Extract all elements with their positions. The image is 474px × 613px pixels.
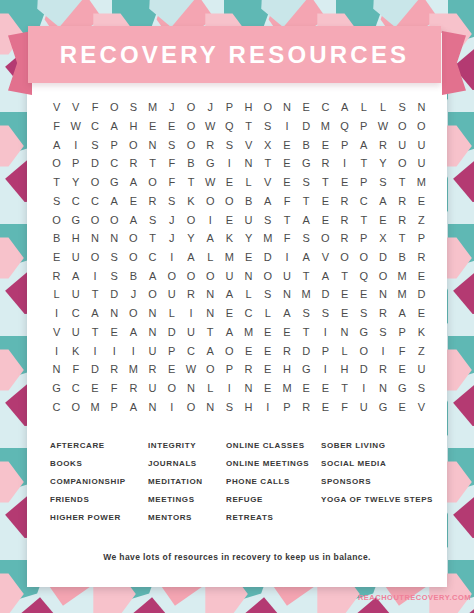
grid-cell-r7c7: J [162,210,181,229]
grid-cell-r13c8: U [181,322,200,341]
grid-cell-r15c20: U [412,360,431,379]
grid-cell-r1c19: S [393,98,412,117]
grid-cell-r14c17: O [354,341,373,360]
grid-cell-r6c11: B [239,192,258,211]
grid-cell-r9c12: D [258,248,277,267]
grid-cell-r11c10: A [220,285,239,304]
word-list-item: ONLINE MEETINGS [226,455,321,473]
word-list-item: BOOKS [50,455,148,473]
grid-cell-r16c11: N [239,379,258,398]
grid-cell-r3c13: E [277,135,296,154]
word-list-item: RETREATS [226,509,321,527]
grid-cell-r4c5: R [124,154,143,173]
grid-cell-r13c15: I [316,322,335,341]
grid-cell-r17c18: G [373,397,392,416]
grid-cell-r15c4: R [105,360,124,379]
grid-cell-r1c13: N [277,98,296,117]
grid-cell-r17c8: O [181,397,200,416]
grid-cell-r13c12: E [258,322,277,341]
grid-cell-r16c17: I [354,379,373,398]
grid-cell-r14c19: F [393,341,412,360]
grid-cell-r12c11: C [239,304,258,323]
grid-cell-r17c2: O [66,397,85,416]
grid-cell-r11c1: L [47,285,66,304]
grid-cell-r1c9: J [201,98,220,117]
grid-cell-r15c11: R [239,360,258,379]
grid-cell-r10c11: N [239,266,258,285]
footer-note: We have lots of resources in recovery to… [0,552,474,562]
grid-cell-r14c6: U [143,341,162,360]
grid-cell-r8c6: T [143,229,162,248]
grid-cell-r4c9: G [201,154,220,173]
grid-cell-r11c16: E [335,285,354,304]
grid-cell-r5c20: M [412,173,431,192]
grid-cell-r17c7: I [162,397,181,416]
grid-cell-r6c20: E [412,192,431,211]
grid-cell-r9c8: A [181,248,200,267]
grid-cell-r12c1: I [47,304,66,323]
grid-cell-r8c20: P [412,229,431,248]
grid-cell-r1c10: P [220,98,239,117]
grid-cell-r9c19: B [393,248,412,267]
grid-cell-r14c7: P [162,341,181,360]
grid-cell-r15c15: I [316,360,335,379]
grid-cell-r4c15: R [316,154,335,173]
grid-cell-r17c12: I [258,397,277,416]
grid-cell-r7c12: S [258,210,277,229]
grid-cell-r3c12: X [258,135,277,154]
grid-cell-r1c3: F [85,98,104,117]
grid-cell-r7c5: A [124,210,143,229]
grid-cell-r15c16: H [335,360,354,379]
grid-cell-r17c10: S [220,397,239,416]
grid-cell-r2c20: O [412,117,431,136]
grid-cell-r1c18: L [373,98,392,117]
grid-cell-r6c10: O [220,192,239,211]
grid-cell-r3c18: R [373,135,392,154]
grid-cell-r1c4: O [105,98,124,117]
grid-cell-r16c10: I [220,379,239,398]
word-list-item: HIGHER POWER [50,509,148,527]
grid-cell-r1c6: M [143,98,162,117]
grid-cell-r4c2: P [66,154,85,173]
grid-cell-r6c6: R [143,192,162,211]
grid-cell-r16c8: N [181,379,200,398]
grid-cell-r2c13: I [277,117,296,136]
grid-cell-r8c14: S [297,229,316,248]
grid-cell-r12c3: A [85,304,104,323]
grid-cell-r8c10: K [220,229,239,248]
grid-cell-r11c17: E [354,285,373,304]
grid-cell-r10c6: A [143,266,162,285]
grid-cell-r12c2: C [66,304,85,323]
grid-cell-r13c11: M [239,322,258,341]
grid-cell-r12c12: L [258,304,277,323]
grid-cell-r6c12: A [258,192,277,211]
word-list-item: SOCIAL MEDIA [321,455,433,473]
grid-cell-r2c15: M [316,117,335,136]
grid-cell-r15c10: P [220,360,239,379]
grid-cell-r10c15: A [316,266,335,285]
grid-cell-r13c1: V [47,322,66,341]
grid-cell-r8c5: O [124,229,143,248]
grid-cell-r13c6: N [143,322,162,341]
word-list-item: SOBER LIVING [321,437,433,455]
grid-cell-r8c16: R [335,229,354,248]
grid-cell-r6c13: F [277,192,296,211]
grid-cell-r5c1: T [47,173,66,192]
grid-cell-r13c3: T [85,322,104,341]
grid-cell-r14c20: Z [412,341,431,360]
worksheet-page: RECOVERY RESOURCES VVFOSMJOJPHONECALLSNF… [0,0,474,613]
grid-cell-r10c8: O [181,266,200,285]
grid-cell-r6c4: A [105,192,124,211]
site-credit: REACHOUTRECOVERY.COM [358,593,471,602]
word-list-item: FRIENDS [50,491,148,509]
grid-cell-r3c16: P [335,135,354,154]
letter-grid: VVFOSMJOJPHONECALLSNFWCAHEEOWQTSIDMQPWOO… [47,98,431,416]
grid-cell-r7c16: R [335,210,354,229]
grid-cell-r2c12: S [258,117,277,136]
grid-cell-r8c1: B [47,229,66,248]
grid-cell-r2c19: O [393,117,412,136]
grid-cell-r14c2: K [66,341,85,360]
grid-cell-r4c12: T [258,154,277,173]
grid-cell-r5c13: E [277,173,296,192]
grid-cell-r7c20: Z [412,210,431,229]
grid-cell-r4c18: Y [373,154,392,173]
grid-cell-r5c11: L [239,173,258,192]
grid-cell-r9c2: U [66,248,85,267]
grid-cell-r15c6: R [143,360,162,379]
grid-cell-r8c8: Y [181,229,200,248]
grid-cell-r17c19: E [393,397,412,416]
grid-cell-r4c20: U [412,154,431,173]
grid-cell-r16c13: M [277,379,296,398]
grid-cell-r10c4: S [105,266,124,285]
grid-cell-r7c2: G [66,210,85,229]
grid-cell-r15c1: N [47,360,66,379]
grid-cell-r17c20: V [412,397,431,416]
grid-cell-r16c9: L [201,379,220,398]
grid-cell-r11c2: U [66,285,85,304]
grid-cell-r2c11: T [239,117,258,136]
grid-cell-r5c6: O [143,173,162,192]
grid-cell-r4c19: O [393,154,412,173]
grid-cell-r14c18: I [373,341,392,360]
grid-cell-r9c5: O [124,248,143,267]
grid-cell-r7c10: E [220,210,239,229]
grid-cell-r6c18: A [373,192,392,211]
grid-cell-r3c9: R [201,135,220,154]
grid-cell-r10c1: R [47,266,66,285]
grid-cell-r10c9: O [201,266,220,285]
grid-cell-r6c7: S [162,192,181,211]
grid-cell-r6c19: R [393,192,412,211]
grid-cell-r5c19: T [393,173,412,192]
word-list-item: INTEGRITY [148,437,226,455]
word-list-column-1: AFTERCAREBOOKSCOMPANIONSHIPFRIENDSHIGHER… [50,437,148,527]
word-list-item: MENTORS [148,509,226,527]
word-list-column-2: INTEGRITYJOURNALSMEDITATIONMEETINGSMENTO… [148,437,226,527]
grid-cell-r15c5: M [124,360,143,379]
grid-cell-r12c14: S [297,304,316,323]
grid-cell-r17c9: N [201,397,220,416]
grid-cell-r5c9: W [201,173,220,192]
grid-cell-r16c7: O [162,379,181,398]
grid-cell-r5c5: A [124,173,143,192]
grid-cell-r5c4: G [105,173,124,192]
grid-cell-r7c4: O [105,210,124,229]
grid-cell-r14c1: I [47,341,66,360]
grid-cell-r16c14: E [297,379,316,398]
grid-cell-r9c11: E [239,248,258,267]
grid-cell-r3c15: E [316,135,335,154]
grid-cell-r5c3: O [85,173,104,192]
grid-cell-r10c5: B [124,266,143,285]
grid-cell-r9c3: O [85,248,104,267]
grid-cell-r1c7: J [162,98,181,117]
grid-cell-r11c12: S [258,285,277,304]
grid-cell-r16c4: F [105,379,124,398]
grid-cell-r12c7: L [162,304,181,323]
grid-cell-r2c10: Q [220,117,239,136]
grid-cell-r7c3: O [85,210,104,229]
grid-cell-r13c9: T [201,322,220,341]
grid-cell-r7c18: E [373,210,392,229]
grid-cell-r12c5: O [124,304,143,323]
grid-cell-r1c15: C [316,98,335,117]
grid-cell-r9c1: E [47,248,66,267]
grid-cell-r14c15: P [316,341,335,360]
grid-cell-r7c8: O [181,210,200,229]
grid-cell-r12c15: S [316,304,335,323]
grid-cell-r13c5: A [124,322,143,341]
grid-cell-r14c14: D [297,341,316,360]
grid-cell-r2c2: W [66,117,85,136]
grid-cell-r16c3: E [85,379,104,398]
grid-cell-r12c16: E [335,304,354,323]
grid-cell-r3c5: O [124,135,143,154]
grid-cell-r5c8: T [181,173,200,192]
grid-cell-r3c7: S [162,135,181,154]
grid-cell-r16c18: N [373,379,392,398]
word-list-item: YOGA OF TWELVE STEPS [321,491,433,509]
grid-cell-r17c1: C [47,397,66,416]
grid-cell-r10c18: O [373,266,392,285]
grid-cell-r16c1: G [47,379,66,398]
grid-cell-r6c17: C [354,192,373,211]
grid-cell-r12c20: E [412,304,431,323]
grid-cell-r2c6: E [143,117,162,136]
grid-cell-r1c17: L [354,98,373,117]
grid-cell-r17c5: A [124,397,143,416]
grid-cell-r16c15: E [316,379,335,398]
grid-cell-r3c2: I [66,135,85,154]
grid-cell-r8c7: J [162,229,181,248]
grid-cell-r3c19: U [393,135,412,154]
grid-cell-r16c6: U [143,379,162,398]
grid-cell-r13c17: G [354,322,373,341]
grid-cell-r10c16: T [335,266,354,285]
grid-cell-r4c1: O [47,154,66,173]
grid-cell-r2c18: W [373,117,392,136]
grid-cell-r11c6: O [143,285,162,304]
grid-cell-r8c18: X [373,229,392,248]
grid-cell-r1c20: N [412,98,431,117]
grid-cell-r3c8: O [181,135,200,154]
grid-cell-r14c5: I [124,341,143,360]
grid-cell-r13c2: U [66,322,85,341]
grid-cell-r6c16: R [335,192,354,211]
grid-cell-r7c14: A [297,210,316,229]
grid-cell-r3c3: S [85,135,104,154]
grid-cell-r10c7: O [162,266,181,285]
grid-cell-r1c12: O [258,98,277,117]
grid-cell-r17c4: P [105,397,124,416]
grid-cell-r6c15: E [316,192,335,211]
grid-cell-r17c16: F [335,397,354,416]
grid-cell-r9c7: I [162,248,181,267]
grid-cell-r11c4: D [105,285,124,304]
grid-cell-r11c13: N [277,285,296,304]
grid-cell-r17c13: P [277,397,296,416]
grid-cell-r16c16: T [335,379,354,398]
grid-cell-r1c14: E [297,98,316,117]
grid-cell-r4c17: T [354,154,373,173]
grid-cell-r7c11: U [239,210,258,229]
grid-cell-r17c14: R [297,397,316,416]
grid-cell-r14c3: I [85,341,104,360]
word-list-item: JOURNALS [148,455,226,473]
grid-cell-r7c17: T [354,210,373,229]
grid-cell-r17c17: U [354,397,373,416]
grid-cell-r2c16: Q [335,117,354,136]
grid-cell-r3c6: N [143,135,162,154]
grid-cell-r13c4: E [105,322,124,341]
grid-cell-r13c13: E [277,322,296,341]
grid-cell-r10c12: O [258,266,277,285]
grid-cell-r8c3: N [85,229,104,248]
grid-cell-r15c19: E [393,360,412,379]
grid-cell-r11c8: R [181,285,200,304]
grid-cell-r17c3: M [85,397,104,416]
grid-cell-r14c12: E [258,341,277,360]
grid-cell-r3c17: A [354,135,373,154]
grid-cell-r9c15: V [316,248,335,267]
grid-cell-r1c8: O [181,98,200,117]
grid-cell-r6c14: T [297,192,316,211]
grid-cell-r4c14: G [297,154,316,173]
grid-cell-r14c8: C [181,341,200,360]
grid-cell-r10c3: I [85,266,104,285]
grid-cell-r16c5: R [124,379,143,398]
grid-cell-r9c16: O [335,248,354,267]
grid-cell-r11c19: M [393,285,412,304]
word-list-item: SPONSORS [321,473,433,491]
grid-cell-r3c11: V [239,135,258,154]
grid-cell-r1c16: A [335,98,354,117]
grid-cell-r16c20: S [412,379,431,398]
grid-cell-r11c11: L [239,285,258,304]
grid-cell-r3c14: B [297,135,316,154]
grid-cell-r9c10: M [220,248,239,267]
grid-cell-r9c17: O [354,248,373,267]
grid-cell-r4c3: D [85,154,104,173]
grid-cell-r12c19: A [393,304,412,323]
word-list-item: MEETINGS [148,491,226,509]
grid-cell-r3c4: P [105,135,124,154]
grid-cell-r16c12: E [258,379,277,398]
grid-cell-r11c20: D [412,285,431,304]
grid-cell-r6c3: C [85,192,104,211]
grid-cell-r16c2: C [66,379,85,398]
grid-cell-r5c17: P [354,173,373,192]
word-list-item: PHONE CALLS [226,473,321,491]
grid-cell-r15c8: W [181,360,200,379]
grid-cell-r12c9: N [201,304,220,323]
grid-cell-r12c17: S [354,304,373,323]
word-list-item: ONLINE CLASSES [226,437,321,455]
grid-cell-r16c19: G [393,379,412,398]
page-title: RECOVERY RESOURCES [60,41,410,69]
grid-cell-r10c13: U [277,266,296,285]
word-list-column-3: ONLINE CLASSESONLINE MEETINGSPHONE CALLS… [226,437,321,527]
grid-cell-r7c6: S [143,210,162,229]
grid-cell-r10c10: U [220,266,239,285]
grid-cell-r2c4: A [105,117,124,136]
grid-cell-r8c11: Y [239,229,258,248]
grid-cell-r9c13: I [277,248,296,267]
grid-cell-r15c3: D [85,360,104,379]
grid-cell-r15c14: G [297,360,316,379]
word-list-column-4: SOBER LIVINGSOCIAL MEDIASPONSORSYOGA OF … [321,437,433,527]
grid-cell-r2c9: W [201,117,220,136]
grid-cell-r11c9: N [201,285,220,304]
grid-cell-r1c11: H [239,98,258,117]
grid-cell-r4c7: F [162,154,181,173]
grid-cell-r8c15: O [316,229,335,248]
grid-cell-r7c1: O [47,210,66,229]
grid-cell-r7c9: I [201,210,220,229]
grid-cell-r1c2: V [66,98,85,117]
grid-cell-r5c12: V [258,173,277,192]
grid-cell-r9c14: A [297,248,316,267]
grid-cell-r6c8: K [181,192,200,211]
grid-cell-r13c18: S [373,322,392,341]
grid-cell-r13c7: D [162,322,181,341]
grid-cell-r4c8: B [181,154,200,173]
grid-cell-r15c2: F [66,360,85,379]
grid-cell-r1c1: V [47,98,66,117]
grid-cell-r2c1: F [47,117,66,136]
grid-cell-r10c2: A [66,266,85,285]
grid-cell-r5c16: E [335,173,354,192]
grid-cell-r5c2: Y [66,173,85,192]
grid-cell-r2c17: P [354,117,373,136]
grid-cell-r15c7: E [162,360,181,379]
grid-cell-r15c9: O [201,360,220,379]
grid-cell-r13c19: P [393,322,412,341]
title-banner: RECOVERY RESOURCES [28,26,441,83]
grid-cell-r6c2: C [66,192,85,211]
grid-cell-r4c13: E [277,154,296,173]
grid-cell-r8c19: T [393,229,412,248]
grid-cell-r9c4: S [105,248,124,267]
grid-cell-r15c13: H [277,360,296,379]
grid-cell-r8c17: P [354,229,373,248]
grid-cell-r1c5: S [124,98,143,117]
